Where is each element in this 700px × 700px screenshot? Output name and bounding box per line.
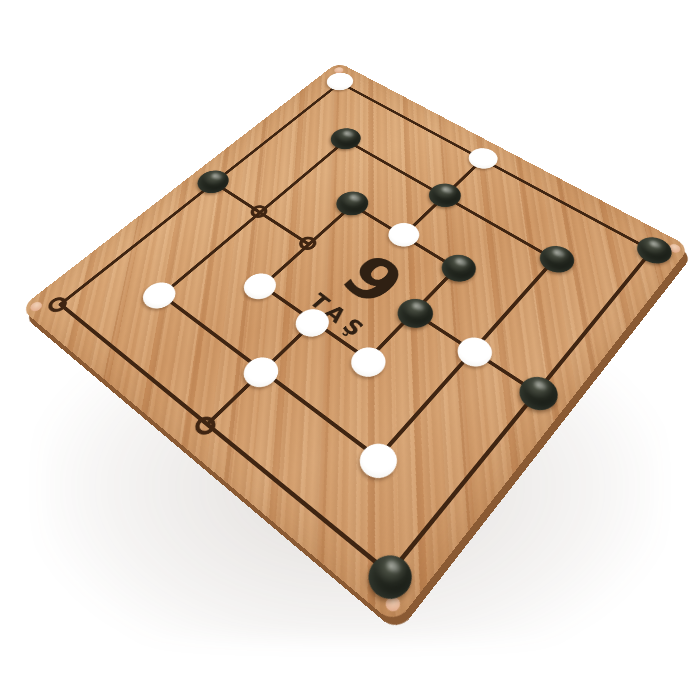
corner-pad [28, 300, 44, 313]
board-scene: 9 TAŞ [0, 0, 700, 700]
